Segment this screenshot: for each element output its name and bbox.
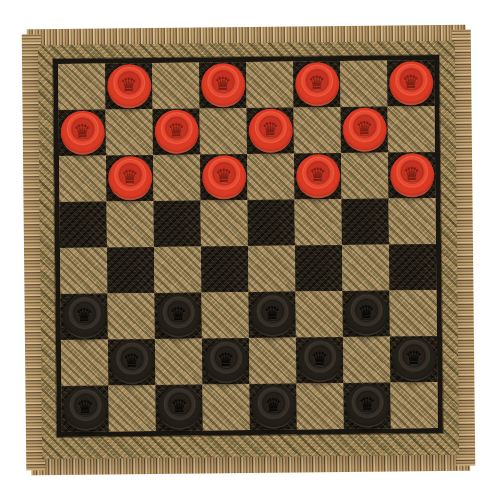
square-b2[interactable]: ♛	[108, 339, 155, 385]
crown-emboss-icon: ♛	[402, 73, 419, 92]
square-f2[interactable]: ♛	[296, 337, 343, 383]
woven-mat: ♛♛♛♛♛♛♛♛♛♛♛♛♛♛♛♛♛♛♛♛♛♛♛♛	[38, 41, 459, 459]
square-h7	[388, 106, 435, 152]
square-g6	[341, 153, 388, 199]
square-e3[interactable]: ♛	[248, 292, 295, 338]
red-checker[interactable]: ♛	[108, 156, 152, 200]
square-h1	[390, 382, 437, 428]
checker-rug: ♛♛♛♛♛♛♛♛♛♛♛♛♛♛♛♛♛♛♛♛♛♛♛♛	[22, 25, 476, 476]
square-g1[interactable]: ♛	[343, 383, 390, 429]
square-d5	[200, 200, 247, 246]
crown-emboss-icon: ♛	[311, 350, 328, 369]
black-checker[interactable]: ♛	[344, 292, 388, 336]
square-b8[interactable]: ♛	[105, 63, 152, 109]
square-b6[interactable]: ♛	[106, 155, 153, 201]
crown-emboss-icon: ♛	[358, 395, 375, 414]
square-h5	[388, 198, 435, 244]
square-e7[interactable]: ♛	[247, 108, 294, 154]
black-checker[interactable]: ♛	[250, 293, 294, 337]
black-checker[interactable]: ♛	[203, 339, 247, 383]
square-d8[interactable]: ♛	[199, 62, 246, 108]
black-checker[interactable]: ♛	[109, 340, 153, 384]
square-c2	[155, 338, 202, 384]
crown-emboss-icon: ♛	[76, 306, 93, 325]
crown-emboss-icon: ♛	[168, 121, 185, 140]
square-a8	[58, 63, 105, 109]
square-d1	[202, 384, 249, 430]
square-d4[interactable]	[201, 246, 248, 292]
square-f4[interactable]	[295, 245, 342, 291]
square-e2	[249, 338, 296, 384]
red-checker[interactable]: ♛	[60, 111, 104, 155]
black-checker[interactable]: ♛	[156, 294, 200, 338]
square-f8[interactable]: ♛	[293, 61, 340, 107]
square-h4[interactable]	[389, 244, 436, 290]
crown-emboss-icon: ♛	[171, 397, 188, 416]
square-b5	[106, 201, 153, 247]
crown-emboss-icon: ♛	[214, 75, 231, 94]
crown-emboss-icon: ♛	[264, 304, 281, 323]
red-checker[interactable]: ♛	[389, 153, 433, 197]
square-b1	[108, 385, 155, 431]
square-f3	[295, 291, 342, 337]
crown-emboss-icon: ♛	[74, 122, 91, 141]
crown-emboss-icon: ♛	[265, 396, 282, 415]
square-c7[interactable]: ♛	[153, 109, 200, 155]
square-h6[interactable]: ♛	[388, 152, 435, 198]
square-a2	[61, 339, 108, 385]
square-g7[interactable]: ♛	[341, 107, 388, 153]
square-e5[interactable]	[247, 200, 294, 246]
square-h3	[389, 290, 436, 336]
black-checker[interactable]: ♛	[391, 337, 435, 381]
board: ♛♛♛♛♛♛♛♛♛♛♛♛♛♛♛♛♛♛♛♛♛♛♛♛	[53, 55, 443, 437]
square-g5[interactable]	[341, 199, 388, 245]
crown-emboss-icon: ♛	[262, 120, 279, 139]
square-a1[interactable]: ♛	[61, 385, 108, 431]
square-c6	[153, 155, 200, 201]
crown-emboss-icon: ♛	[123, 352, 140, 371]
square-a6	[59, 155, 106, 201]
crown-emboss-icon: ♛	[120, 76, 137, 95]
red-checker[interactable]: ♛	[154, 110, 198, 154]
red-checker[interactable]: ♛	[342, 108, 386, 152]
red-checker[interactable]: ♛	[295, 62, 339, 106]
square-h2[interactable]: ♛	[390, 336, 437, 382]
square-g4	[342, 245, 389, 291]
square-a5[interactable]	[59, 201, 106, 247]
square-f1	[296, 383, 343, 429]
square-d3	[201, 292, 248, 338]
square-b7	[106, 109, 153, 155]
product-photo-scene: ♛♛♛♛♛♛♛♛♛♛♛♛♛♛♛♛♛♛♛♛♛♛♛♛	[0, 0, 500, 500]
red-checker[interactable]: ♛	[389, 61, 433, 105]
crown-emboss-icon: ♛	[170, 305, 187, 324]
square-e4	[248, 246, 295, 292]
square-a7[interactable]: ♛	[59, 109, 106, 155]
black-checker[interactable]: ♛	[157, 386, 201, 430]
red-checker[interactable]: ♛	[248, 109, 292, 153]
crown-emboss-icon: ♛	[217, 351, 234, 370]
crown-emboss-icon: ♛	[215, 167, 232, 186]
crown-emboss-icon: ♛	[405, 349, 422, 368]
red-checker[interactable]: ♛	[107, 64, 151, 108]
square-c1[interactable]: ♛	[155, 384, 202, 430]
square-c5[interactable]	[153, 201, 200, 247]
black-checker[interactable]: ♛	[63, 386, 107, 430]
crown-emboss-icon: ♛	[77, 398, 94, 417]
square-a4	[60, 247, 107, 293]
crown-emboss-icon: ♛	[358, 303, 375, 322]
square-b4[interactable]	[107, 247, 154, 293]
square-e1[interactable]: ♛	[249, 384, 296, 430]
black-checker[interactable]: ♛	[62, 294, 106, 338]
square-a3[interactable]: ♛	[60, 293, 107, 339]
black-checker[interactable]: ♛	[251, 385, 295, 429]
square-e8	[246, 62, 293, 108]
crown-emboss-icon: ♛	[121, 168, 138, 187]
square-g2	[343, 337, 390, 383]
square-g8	[340, 61, 387, 107]
crown-emboss-icon: ♛	[356, 119, 373, 138]
crown-emboss-icon: ♛	[309, 166, 326, 185]
black-checker[interactable]: ♛	[297, 338, 341, 382]
square-d7	[200, 108, 247, 154]
crown-emboss-icon: ♛	[308, 74, 325, 93]
red-checker[interactable]: ♛	[202, 155, 246, 199]
red-checker[interactable]: ♛	[201, 63, 245, 107]
crown-emboss-icon: ♛	[403, 165, 420, 184]
square-c3[interactable]: ♛	[154, 292, 201, 338]
square-f6[interactable]: ♛	[294, 153, 341, 199]
square-f5	[294, 199, 341, 245]
square-c4	[154, 246, 201, 292]
black-checker[interactable]: ♛	[345, 384, 389, 428]
square-d2[interactable]: ♛	[202, 338, 249, 384]
square-d6[interactable]: ♛	[200, 154, 247, 200]
square-b3	[107, 293, 154, 339]
square-h8[interactable]: ♛	[387, 60, 434, 106]
square-e6	[247, 154, 294, 200]
square-f7	[294, 107, 341, 153]
square-c8	[152, 63, 199, 109]
square-g3[interactable]: ♛	[342, 291, 389, 337]
red-checker[interactable]: ♛	[296, 154, 340, 198]
